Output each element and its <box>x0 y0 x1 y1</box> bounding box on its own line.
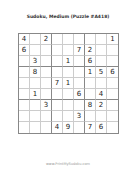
cell-r6c9 <box>107 89 118 100</box>
cell-r9c3 <box>41 122 52 133</box>
cell-r3c6 <box>74 56 85 67</box>
cell-r3c8 <box>96 56 107 67</box>
cell-r7c7: 8 <box>85 100 96 111</box>
cell-r8c6: 3 <box>74 111 85 122</box>
cell-r2c6: 7 <box>74 45 85 56</box>
cell-r8c7 <box>85 111 96 122</box>
cell-r8c2 <box>30 111 41 122</box>
cell-r8c4 <box>52 111 63 122</box>
cell-r4c5 <box>63 67 74 78</box>
cell-r2c9 <box>107 45 118 56</box>
puzzle-page: Sudoku, Medium (Puzzle #A418) 4216723168… <box>0 0 136 176</box>
cell-r2c8 <box>96 45 107 56</box>
cell-r7c6 <box>74 100 85 111</box>
cell-r5c9 <box>107 78 118 89</box>
cell-r6c8: 4 <box>96 89 107 100</box>
cell-r6c6: 6 <box>74 89 85 100</box>
cell-r6c2: 1 <box>30 89 41 100</box>
cell-r7c4 <box>52 100 63 111</box>
cell-r1c7 <box>85 34 96 45</box>
cell-r3c3 <box>41 56 52 67</box>
cell-r5c2 <box>30 78 41 89</box>
cell-r6c3 <box>41 89 52 100</box>
cell-r2c2 <box>30 45 41 56</box>
cell-r7c2 <box>30 100 41 111</box>
cell-r6c4 <box>52 89 63 100</box>
cell-r1c4 <box>52 34 63 45</box>
cell-r8c3 <box>41 111 52 122</box>
cell-r2c3 <box>41 45 52 56</box>
cell-r1c1: 4 <box>19 34 30 45</box>
cell-r7c3: 3 <box>41 100 52 111</box>
cell-r7c5 <box>63 100 74 111</box>
cell-r4c6 <box>74 67 85 78</box>
cell-r4c9: 6 <box>107 67 118 78</box>
cell-r3c1 <box>19 56 30 67</box>
cell-r7c1 <box>19 100 30 111</box>
cell-r2c1: 6 <box>19 45 30 56</box>
cell-r7c8: 2 <box>96 100 107 111</box>
cell-r2c7: 2 <box>85 45 96 56</box>
cell-r2c4 <box>52 45 63 56</box>
cell-r3c2: 3 <box>30 56 41 67</box>
cell-r1c9: 1 <box>107 34 118 45</box>
cell-r9c4: 4 <box>52 122 63 133</box>
cell-r1c8 <box>96 34 107 45</box>
cell-r4c7: 1 <box>85 67 96 78</box>
cell-r9c6 <box>74 122 85 133</box>
cell-r8c8 <box>96 111 107 122</box>
cell-r4c4 <box>52 67 63 78</box>
cell-r6c7 <box>85 89 96 100</box>
footer-url: www.PrintMySudoku.com <box>0 162 136 166</box>
cell-r4c8: 5 <box>96 67 107 78</box>
cell-r6c1 <box>19 89 30 100</box>
cell-r1c6 <box>74 34 85 45</box>
cell-r6c5 <box>63 89 74 100</box>
cell-r1c2 <box>30 34 41 45</box>
cell-r8c5 <box>63 111 74 122</box>
cell-r7c9 <box>107 100 118 111</box>
cell-r5c6 <box>74 78 85 89</box>
cell-r5c5: 1 <box>63 78 74 89</box>
cell-r5c4: 7 <box>52 78 63 89</box>
cell-r8c1 <box>19 111 30 122</box>
cell-r5c8 <box>96 78 107 89</box>
cell-r3c5: 1 <box>63 56 74 67</box>
cell-r5c7 <box>85 78 96 89</box>
cell-r1c3: 2 <box>41 34 52 45</box>
cell-r5c1 <box>19 78 30 89</box>
cell-r9c1 <box>19 122 30 133</box>
cell-r9c8: 6 <box>96 122 107 133</box>
cell-r1c5 <box>63 34 74 45</box>
puzzle-title: Sudoku, Medium (Puzzle #A418) <box>0 14 136 19</box>
cell-r9c5: 9 <box>63 122 74 133</box>
cell-r4c2: 8 <box>30 67 41 78</box>
cell-r3c9 <box>107 56 118 67</box>
cell-r2c5 <box>63 45 74 56</box>
cell-r9c2 <box>30 122 41 133</box>
cell-r4c1 <box>19 67 30 78</box>
cell-r9c9 <box>107 122 118 133</box>
sudoku-board: 42167231681567116438234976 <box>18 33 119 134</box>
cell-r4c3 <box>41 67 52 78</box>
cell-r3c4 <box>52 56 63 67</box>
cell-r8c9 <box>107 111 118 122</box>
cell-r5c3 <box>41 78 52 89</box>
cell-r9c7: 7 <box>85 122 96 133</box>
cell-r3c7: 6 <box>85 56 96 67</box>
